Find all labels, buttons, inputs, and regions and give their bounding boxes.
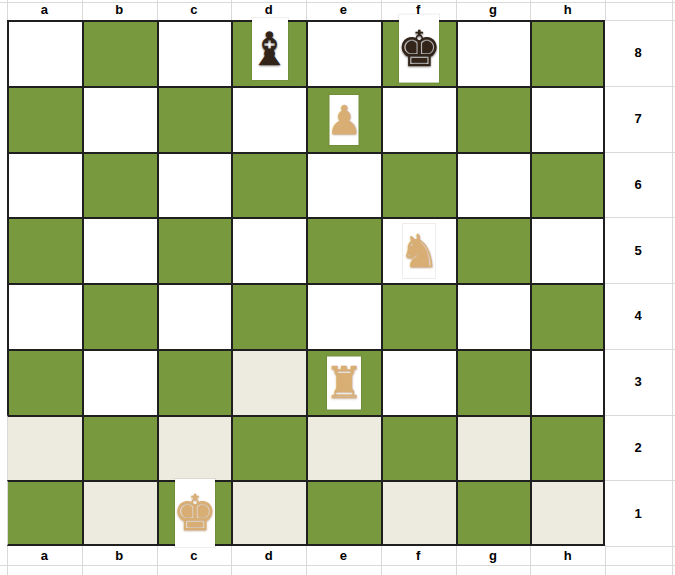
- square-b3[interactable]: [82, 349, 157, 415]
- file-label-bottom-g: g: [456, 546, 531, 565]
- square-g7[interactable]: [456, 86, 531, 152]
- rank-label-6: 6: [605, 152, 671, 218]
- square-g2[interactable]: [456, 415, 531, 481]
- square-d4[interactable]: [231, 283, 306, 349]
- square-h6[interactable]: [530, 152, 605, 218]
- file-label-top-g: g: [456, 0, 531, 19]
- rank-label-7: 7: [605, 86, 671, 152]
- piece-white-king[interactable]: ♚: [175, 479, 215, 547]
- piece-white-knight[interactable]: ♞: [403, 224, 435, 278]
- square-f1[interactable]: [381, 480, 456, 546]
- square-c2[interactable]: [157, 415, 232, 481]
- file-label-bottom-h: h: [530, 546, 605, 565]
- square-c5[interactable]: [157, 217, 232, 283]
- square-a3[interactable]: [7, 349, 82, 415]
- square-g1[interactable]: [456, 480, 531, 546]
- chess-board: ♝♚♟♞♜♚: [7, 20, 605, 546]
- square-a5[interactable]: [7, 217, 82, 283]
- rank-label-8: 8: [605, 20, 671, 86]
- square-e8[interactable]: [306, 20, 381, 86]
- gridline: [605, 0, 606, 20]
- square-h8[interactable]: [530, 20, 605, 86]
- piece-white-pawn[interactable]: ♟: [330, 95, 359, 145]
- file-label-top-e: e: [306, 0, 381, 19]
- square-f2[interactable]: [381, 415, 456, 481]
- square-h4[interactable]: [530, 283, 605, 349]
- square-b4[interactable]: [82, 283, 157, 349]
- square-c8[interactable]: [157, 20, 232, 86]
- file-labels-top: abcdefgh: [7, 0, 605, 19]
- square-h5[interactable]: [530, 217, 605, 283]
- square-a8[interactable]: [7, 20, 82, 86]
- square-c4[interactable]: [157, 283, 232, 349]
- file-label-bottom-c: c: [157, 546, 232, 565]
- rank-labels-right: 87654321: [605, 20, 671, 546]
- piece-black-bishop[interactable]: ♝: [252, 18, 288, 80]
- rank-label-4: 4: [605, 283, 671, 349]
- square-e2[interactable]: [306, 415, 381, 481]
- file-label-bottom-e: e: [306, 546, 381, 565]
- square-e7[interactable]: ♟: [306, 86, 381, 152]
- file-label-bottom-b: b: [82, 546, 157, 565]
- square-d7[interactable]: [231, 86, 306, 152]
- square-d3[interactable]: [231, 349, 306, 415]
- square-g3[interactable]: [456, 349, 531, 415]
- square-f7[interactable]: [381, 86, 456, 152]
- square-b5[interactable]: [82, 217, 157, 283]
- rank-label-1: 1: [605, 480, 671, 546]
- square-g5[interactable]: [456, 217, 531, 283]
- square-f6[interactable]: [381, 152, 456, 218]
- square-e3[interactable]: ♜: [306, 349, 381, 415]
- gridline: [0, 565, 675, 566]
- square-a7[interactable]: [7, 86, 82, 152]
- square-b8[interactable]: [82, 20, 157, 86]
- square-b6[interactable]: [82, 152, 157, 218]
- square-h2[interactable]: [530, 415, 605, 481]
- piece-white-rook[interactable]: ♜: [327, 356, 361, 409]
- square-b1[interactable]: [82, 480, 157, 546]
- square-d2[interactable]: [231, 415, 306, 481]
- square-f8[interactable]: ♚: [381, 20, 456, 86]
- square-c1[interactable]: ♚: [157, 480, 232, 546]
- square-a6[interactable]: [7, 152, 82, 218]
- square-c3[interactable]: [157, 349, 232, 415]
- file-label-bottom-f: f: [381, 546, 456, 565]
- file-label-top-h: h: [530, 0, 605, 19]
- square-f3[interactable]: [381, 349, 456, 415]
- square-d5[interactable]: [231, 217, 306, 283]
- rank-label-5: 5: [605, 217, 671, 283]
- square-d8[interactable]: ♝: [231, 20, 306, 86]
- file-labels-bottom: abcdefgh: [7, 546, 605, 565]
- square-c7[interactable]: [157, 86, 232, 152]
- file-label-top-c: c: [157, 0, 232, 19]
- square-f5[interactable]: ♞: [381, 217, 456, 283]
- square-g8[interactable]: [456, 20, 531, 86]
- square-h3[interactable]: [530, 349, 605, 415]
- rank-label-2: 2: [605, 415, 671, 481]
- square-a1[interactable]: [7, 480, 82, 546]
- square-b7[interactable]: [82, 86, 157, 152]
- file-label-bottom-a: a: [7, 546, 82, 565]
- file-label-top-d: d: [231, 0, 306, 19]
- square-g4[interactable]: [456, 283, 531, 349]
- file-label-top-a: a: [7, 0, 82, 19]
- square-c6[interactable]: [157, 152, 232, 218]
- spreadsheet-chessboard: abcdefgh 87654321 ♝♚♟♞♜♚ abcdefgh: [0, 0, 675, 575]
- square-g6[interactable]: [456, 152, 531, 218]
- square-e6[interactable]: [306, 152, 381, 218]
- gridline: [605, 545, 606, 575]
- square-h1[interactable]: [530, 480, 605, 546]
- square-e4[interactable]: [306, 283, 381, 349]
- square-a4[interactable]: [7, 283, 82, 349]
- square-h7[interactable]: [530, 86, 605, 152]
- rank-label-3: 3: [605, 349, 671, 415]
- file-label-top-b: b: [82, 0, 157, 19]
- square-d1[interactable]: [231, 480, 306, 546]
- square-b2[interactable]: [82, 415, 157, 481]
- file-label-bottom-d: d: [231, 546, 306, 565]
- square-a2[interactable]: [7, 415, 82, 481]
- square-e1[interactable]: [306, 480, 381, 546]
- square-f4[interactable]: [381, 283, 456, 349]
- square-e5[interactable]: [306, 217, 381, 283]
- piece-black-king[interactable]: ♚: [399, 14, 439, 82]
- square-d6[interactable]: [231, 152, 306, 218]
